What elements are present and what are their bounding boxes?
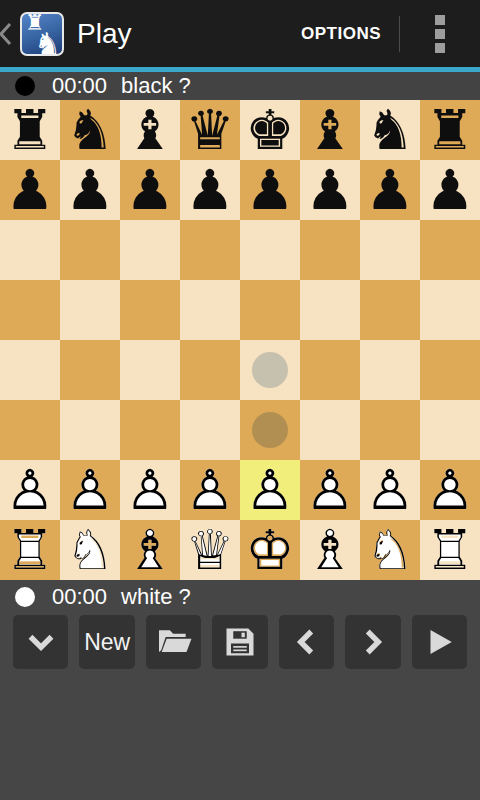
black-pawn-a7[interactable]: ♟ (0, 160, 60, 220)
white-rook-a1[interactable]: ♜♖ (0, 520, 60, 580)
save-icon (222, 624, 258, 660)
chevron-right-icon (355, 624, 391, 660)
black-pawn-e7[interactable]: ♟ (240, 160, 300, 220)
square-c5[interactable] (120, 280, 180, 340)
square-f3[interactable] (300, 400, 360, 460)
square-g4[interactable] (360, 340, 420, 400)
square-b2[interactable]: ♟♙ (60, 460, 120, 520)
square-h5[interactable] (420, 280, 480, 340)
move-hint-dot-e4[interactable] (252, 352, 288, 388)
black-player-disc-icon (15, 76, 35, 96)
white-bishop-f1[interactable]: ♝♗ (300, 520, 360, 580)
toolbar: New (0, 613, 480, 669)
white-rook-h1[interactable]: ♜♖ (420, 520, 480, 580)
square-e7[interactable]: ♟ (240, 160, 300, 220)
black-pawn-h7[interactable]: ♟ (420, 160, 480, 220)
white-pawn-g2[interactable]: ♟♙ (360, 460, 420, 520)
square-f7[interactable]: ♟ (300, 160, 360, 220)
square-h2[interactable]: ♟♙ (420, 460, 480, 520)
square-f6[interactable] (300, 220, 360, 280)
black-player-label: black ? (121, 73, 191, 99)
square-c2[interactable]: ♟♙ (120, 460, 180, 520)
square-h3[interactable] (420, 400, 480, 460)
square-f1[interactable]: ♝♗ (300, 520, 360, 580)
white-clock-row: 00:00 white ? (0, 580, 480, 613)
folder-open-icon (154, 622, 194, 662)
square-g7[interactable]: ♟ (360, 160, 420, 220)
black-rook-h8[interactable]: ♜ (420, 100, 480, 160)
white-knight-b1[interactable]: ♞♘ (60, 520, 120, 580)
white-pawn-c2[interactable]: ♟♙ (120, 460, 180, 520)
square-g3[interactable] (360, 400, 420, 460)
square-c3[interactable] (120, 400, 180, 460)
square-c7[interactable]: ♟ (120, 160, 180, 220)
play-button[interactable] (412, 615, 467, 669)
black-pawn-d7[interactable]: ♟ (180, 160, 240, 220)
square-c1[interactable]: ♝♗ (120, 520, 180, 580)
square-d7[interactable]: ♟ (180, 160, 240, 220)
white-king-e1[interactable]: ♚♔ (240, 520, 300, 580)
white-knight-g1[interactable]: ♞♘ (360, 520, 420, 580)
knight-icon: ♞ (34, 28, 61, 60)
square-b5[interactable] (60, 280, 120, 340)
square-e1[interactable]: ♚♔ (240, 520, 300, 580)
white-pawn-d2[interactable]: ♟♙ (180, 460, 240, 520)
white-queen-d1[interactable]: ♛♕ (180, 520, 240, 580)
square-h6[interactable] (420, 220, 480, 280)
black-clock-time: 00:00 (52, 73, 107, 99)
square-f8[interactable]: ♝ (300, 100, 360, 160)
square-e4[interactable] (240, 340, 300, 400)
square-d2[interactable]: ♟♙ (180, 460, 240, 520)
chevron-down-icon (23, 624, 59, 660)
chevron-left-icon (288, 624, 324, 660)
square-d5[interactable] (180, 280, 240, 340)
overflow-menu-icon[interactable] (400, 0, 480, 67)
square-b3[interactable] (60, 400, 120, 460)
square-e3[interactable] (240, 400, 300, 460)
square-g6[interactable] (360, 220, 420, 280)
square-h7[interactable]: ♟ (420, 160, 480, 220)
square-c4[interactable] (120, 340, 180, 400)
app-icon[interactable]: ♜ ♞ (20, 12, 64, 56)
page-title: Play (77, 18, 131, 50)
new-game-label: New (84, 629, 130, 656)
square-f5[interactable] (300, 280, 360, 340)
square-e6[interactable] (240, 220, 300, 280)
white-bishop-c1[interactable]: ♝♗ (120, 520, 180, 580)
square-d8[interactable]: ♛ (180, 100, 240, 160)
square-b4[interactable] (60, 340, 120, 400)
play-icon (422, 625, 456, 659)
options-button[interactable]: OPTIONS (297, 10, 385, 58)
square-a6[interactable] (0, 220, 60, 280)
chess-board[interactable]: ♜♞♝♛♚♝♞♜♟♟♟♟♟♟♟♟♟♙♟♙♟♙♟♙♟♙♟♙♟♙♟♙♜♖♞♘♝♗♛♕… (0, 100, 480, 580)
black-bishop-c8[interactable]: ♝ (120, 100, 180, 160)
black-king-e8[interactable]: ♚ (240, 100, 300, 160)
white-pawn-f2[interactable]: ♟♙ (300, 460, 360, 520)
white-pawn-h2[interactable]: ♟♙ (420, 460, 480, 520)
black-clock-row: 00:00 black ? (0, 72, 480, 100)
new-game-button[interactable]: New (79, 615, 134, 669)
square-a1[interactable]: ♜♖ (0, 520, 60, 580)
square-a7[interactable]: ♟ (0, 160, 60, 220)
square-d6[interactable] (180, 220, 240, 280)
square-d4[interactable] (180, 340, 240, 400)
square-d1[interactable]: ♛♕ (180, 520, 240, 580)
back-icon[interactable] (0, 21, 14, 47)
black-pawn-c7[interactable]: ♟ (120, 160, 180, 220)
square-h8[interactable]: ♜ (420, 100, 480, 160)
white-clock-time: 00:00 (52, 584, 107, 610)
black-bishop-f8[interactable]: ♝ (300, 100, 360, 160)
save-game-button[interactable] (212, 615, 267, 669)
square-b6[interactable] (60, 220, 120, 280)
square-g8[interactable]: ♞ (360, 100, 420, 160)
square-h4[interactable] (420, 340, 480, 400)
square-c8[interactable]: ♝ (120, 100, 180, 160)
square-e8[interactable]: ♚ (240, 100, 300, 160)
white-player-disc-icon (15, 587, 35, 607)
open-game-button[interactable] (146, 615, 201, 669)
square-g1[interactable]: ♞♘ (360, 520, 420, 580)
white-pawn-b2[interactable]: ♟♙ (60, 460, 120, 520)
white-pawn-a2[interactable]: ♟♙ (0, 460, 60, 520)
square-a3[interactable] (0, 400, 60, 460)
square-a2[interactable]: ♟♙ (0, 460, 60, 520)
square-h1[interactable]: ♜♖ (420, 520, 480, 580)
square-a5[interactable] (0, 280, 60, 340)
app-screen: ♜ ♞ Play OPTIONS 00:00 black ? ♜♞♝♛♚♝♞♜♟… (0, 0, 480, 800)
square-a4[interactable] (0, 340, 60, 400)
square-f4[interactable] (300, 340, 360, 400)
action-bar: ♜ ♞ Play OPTIONS (0, 0, 480, 67)
square-b8[interactable]: ♞ (60, 100, 120, 160)
black-pawn-g7[interactable]: ♟ (360, 160, 420, 220)
previous-move-button[interactable] (279, 615, 334, 669)
square-g5[interactable] (360, 280, 420, 340)
square-a8[interactable]: ♜ (0, 100, 60, 160)
black-rook-a8[interactable]: ♜ (0, 100, 60, 160)
move-hint-dot-e3[interactable] (252, 412, 288, 448)
next-move-button[interactable] (345, 615, 400, 669)
square-c6[interactable] (120, 220, 180, 280)
square-g2[interactable]: ♟♙ (360, 460, 420, 520)
square-e5[interactable] (240, 280, 300, 340)
black-pawn-b7[interactable]: ♟ (60, 160, 120, 220)
black-knight-b8[interactable]: ♞ (60, 100, 120, 160)
black-knight-g8[interactable]: ♞ (360, 100, 420, 160)
black-queen-d8[interactable]: ♛ (180, 100, 240, 160)
collapse-button[interactable] (13, 615, 68, 669)
white-pawn-e2[interactable]: ♟♙ (240, 460, 300, 520)
square-b7[interactable]: ♟ (60, 160, 120, 220)
square-f2[interactable]: ♟♙ (300, 460, 360, 520)
square-d3[interactable] (180, 400, 240, 460)
square-b1[interactable]: ♞♘ (60, 520, 120, 580)
white-player-label: white ? (121, 584, 191, 610)
black-pawn-f7[interactable]: ♟ (300, 160, 360, 220)
bottom-background (0, 669, 480, 800)
square-e2[interactable]: ♟♙ (240, 460, 300, 520)
